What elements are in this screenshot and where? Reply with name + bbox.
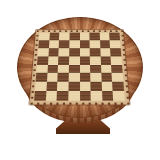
square — [100, 48, 111, 56]
square — [90, 40, 100, 48]
square — [101, 82, 113, 91]
square — [69, 33, 79, 41]
square — [57, 91, 69, 100]
square — [69, 56, 80, 64]
square — [59, 48, 70, 56]
square — [58, 73, 69, 82]
square — [58, 56, 69, 64]
square — [113, 91, 125, 100]
square — [45, 91, 57, 100]
square — [100, 40, 111, 48]
square — [34, 91, 46, 100]
square — [111, 65, 122, 74]
square — [48, 56, 59, 64]
square — [39, 33, 50, 41]
square — [57, 82, 68, 91]
square — [101, 65, 112, 74]
square — [90, 56, 101, 64]
square — [68, 91, 79, 100]
square — [101, 73, 112, 82]
square — [89, 33, 99, 41]
square — [38, 48, 49, 56]
square — [80, 91, 91, 100]
square — [110, 40, 121, 48]
square — [80, 82, 91, 91]
square — [47, 73, 58, 82]
square — [100, 56, 111, 64]
square — [47, 65, 58, 74]
square — [90, 82, 101, 91]
square — [80, 73, 91, 82]
square — [90, 48, 101, 56]
square — [37, 56, 48, 64]
square — [69, 73, 80, 82]
square — [80, 48, 90, 56]
chess-board — [34, 33, 125, 101]
square — [80, 33, 90, 41]
square — [102, 91, 114, 100]
square — [80, 56, 91, 64]
chess-table-photo — [0, 0, 160, 160]
square — [112, 73, 124, 82]
board-frame-inlay — [29, 30, 129, 105]
square — [99, 33, 109, 41]
square — [69, 48, 79, 56]
square — [80, 65, 91, 74]
square — [68, 82, 79, 91]
square — [69, 65, 80, 74]
square — [59, 40, 69, 48]
square — [69, 40, 79, 48]
square — [35, 82, 47, 91]
square — [36, 73, 48, 82]
square — [90, 73, 101, 82]
square — [48, 48, 59, 56]
square — [49, 33, 59, 41]
square — [90, 65, 101, 74]
square — [109, 33, 120, 41]
square — [58, 65, 69, 74]
square — [46, 82, 58, 91]
square — [36, 65, 47, 74]
square — [59, 33, 69, 41]
board-perspective-wrap — [29, 30, 129, 105]
square — [49, 40, 60, 48]
square — [91, 91, 103, 100]
square — [38, 40, 49, 48]
square — [110, 48, 121, 56]
square — [80, 40, 90, 48]
square — [111, 56, 122, 64]
square — [112, 82, 124, 91]
